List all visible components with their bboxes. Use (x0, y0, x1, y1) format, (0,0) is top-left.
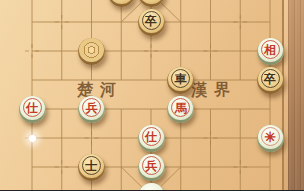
move-indicator-dot (28, 134, 37, 143)
piece-character: 兵 (142, 156, 161, 175)
red-piece-face (139, 183, 164, 191)
piece-character: 仕 (142, 127, 161, 146)
piece-character: 車 (171, 69, 190, 88)
piece-red-unknown-sliver[interactable] (138, 183, 165, 191)
piece-red-facedown[interactable]: ✳ (257, 125, 284, 152)
piece-red-pawn[interactable]: 兵 (138, 154, 165, 181)
piece-black-advisor[interactable]: 士 (78, 154, 105, 181)
red-piece-face: 馬 (168, 96, 193, 120)
piece-black-chariot[interactable]: 車 (167, 67, 194, 94)
black-piece-face (109, 0, 134, 4)
piece-black-pawn[interactable]: 卒 (257, 67, 284, 94)
black-piece-face: 卒 (139, 9, 164, 33)
red-piece-face: 兵 (139, 154, 164, 178)
black-piece-face (139, 0, 164, 4)
board-left-dark-edge (0, 0, 18, 190)
piece-character: 兵 (82, 98, 101, 117)
black-piece-face: 車 (168, 67, 193, 91)
piece-character: 仕 (23, 98, 42, 117)
piece-red-advisor[interactable]: 仕 (138, 125, 165, 152)
piece-black-pawn[interactable]: 卒 (138, 9, 165, 36)
black-piece-face: 士 (79, 154, 104, 178)
piece-black-facedown[interactable] (78, 38, 105, 65)
piece-character: ✳ (261, 127, 280, 146)
black-piece-face: 卒 (258, 67, 283, 91)
board-surface[interactable]: 卒相車卒仕兵馬仕✳士兵 (0, 0, 304, 190)
piece-character: 相 (261, 40, 280, 59)
black-piece-face (79, 38, 104, 62)
piece-red-elephant[interactable]: 相 (257, 38, 284, 65)
piece-black-unknown-sliver[interactable] (138, 0, 165, 7)
red-piece-face: 仕 (20, 96, 45, 120)
red-piece-face: 相 (258, 38, 283, 62)
xiangqi-game-screen: 楚河 漢界 卒相車卒仕兵馬仕✳士兵 (0, 0, 304, 190)
red-piece-face: 仕 (139, 125, 164, 149)
piece-black-unknown-sliver[interactable] (108, 0, 135, 7)
red-piece-face: ✳ (258, 125, 283, 149)
piece-red-pawn[interactable]: 兵 (78, 96, 105, 123)
piece-character: 卒 (142, 11, 161, 30)
piece-red-horse[interactable]: 馬 (167, 96, 194, 123)
piece-red-advisor[interactable]: 仕 (19, 96, 46, 123)
red-piece-face: 兵 (79, 96, 104, 120)
piece-character: 卒 (261, 69, 280, 88)
piece-character: 士 (82, 156, 101, 175)
piece-character: 馬 (171, 98, 190, 117)
